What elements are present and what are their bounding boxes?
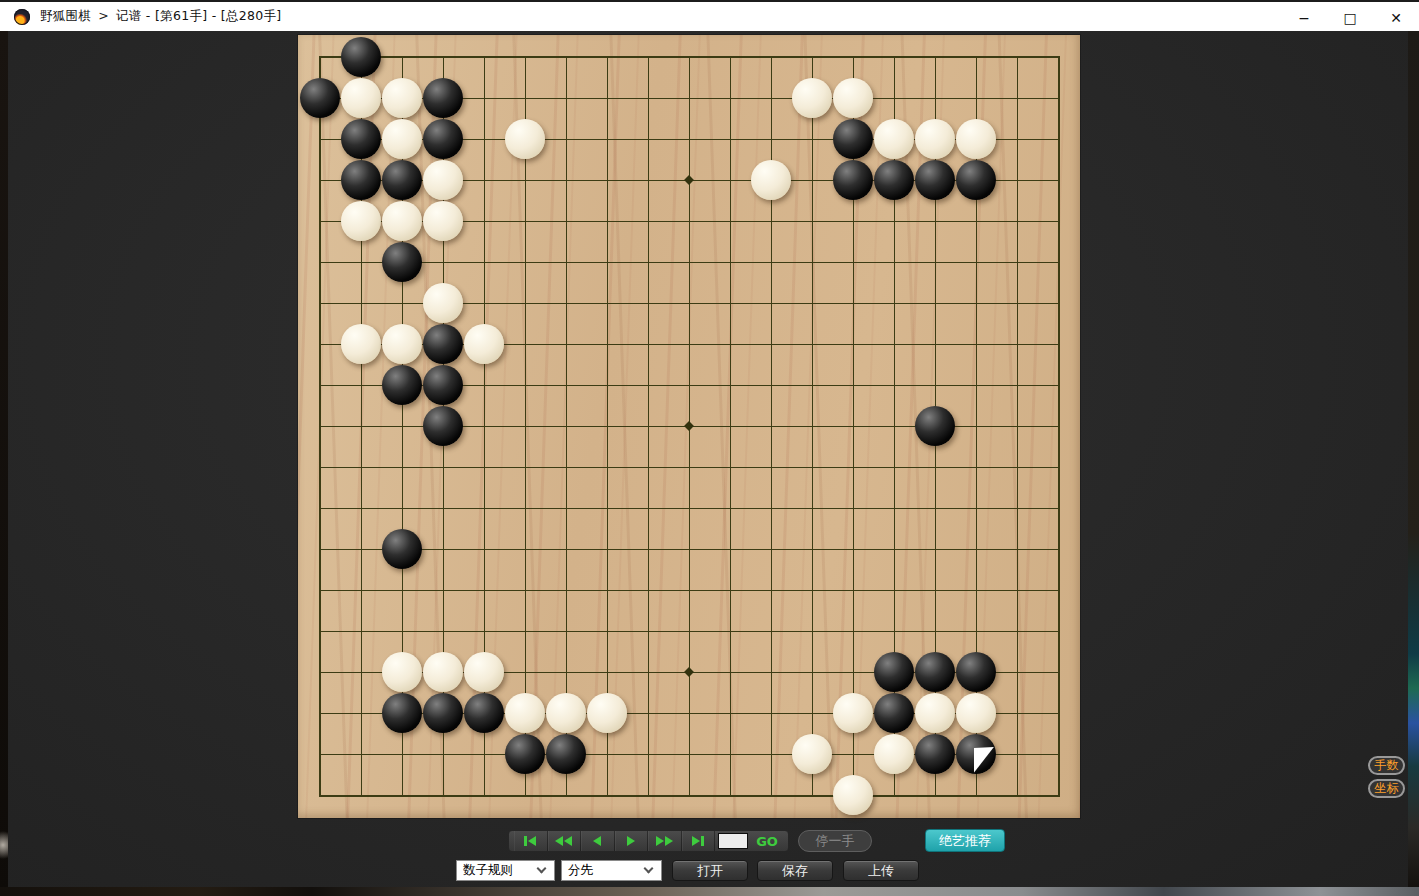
upload-button[interactable]: 上传 [843, 860, 919, 881]
desktop-background-right [1408, 31, 1419, 896]
desktop-background-left [0, 31, 8, 896]
handicap-select[interactable]: 分先 [561, 860, 662, 881]
white-stone [546, 693, 586, 733]
black-stone [546, 734, 586, 774]
black-stone [382, 242, 422, 282]
white-stone [792, 78, 832, 118]
black-stone [382, 693, 422, 733]
black-stone [833, 160, 873, 200]
fast-forward-icon [656, 836, 673, 846]
next-move-button[interactable] [615, 831, 649, 851]
white-stone [382, 652, 422, 692]
playback-buttons [514, 831, 715, 851]
save-button[interactable]: 保存 [757, 860, 833, 881]
white-stone [874, 119, 914, 159]
window-title: 野狐围棋>记谱 - [第61手] - [总280手] [40, 8, 281, 25]
app-name: 野狐围棋 [40, 8, 91, 23]
white-stone [341, 78, 381, 118]
black-stone [341, 119, 381, 159]
playback-toolbar: GO [508, 830, 789, 852]
chevron-down-icon [644, 864, 654, 874]
black-stone [341, 160, 381, 200]
move-number-input[interactable] [718, 833, 748, 849]
white-stone [956, 693, 996, 733]
black-stone [505, 734, 545, 774]
close-button[interactable]: ✕ [1373, 2, 1419, 33]
black-stone [874, 652, 914, 692]
black-stone [464, 693, 504, 733]
last-move-button[interactable] [682, 831, 716, 851]
rule-select[interactable]: 数子规则 [456, 860, 555, 881]
previous-move-button[interactable] [581, 831, 615, 851]
black-stone [915, 734, 955, 774]
black-stone [915, 406, 955, 446]
step-forward-icon [627, 836, 635, 846]
fox-go-logo-icon [14, 9, 30, 25]
white-stone [587, 693, 627, 733]
fast-forward-button[interactable] [648, 831, 682, 851]
black-stone [874, 693, 914, 733]
first-move-button[interactable] [514, 831, 548, 851]
white-stone [423, 160, 463, 200]
black-stone [423, 324, 463, 364]
white-stone [382, 78, 422, 118]
white-stone [833, 775, 873, 815]
black-stone [300, 78, 340, 118]
white-stone [423, 283, 463, 323]
black-stone [956, 734, 996, 774]
white-stone [751, 160, 791, 200]
black-stone [341, 37, 381, 77]
white-stone [423, 201, 463, 241]
white-stone [505, 119, 545, 159]
white-stone [956, 119, 996, 159]
stones-layer [299, 36, 1078, 815]
white-stone [915, 693, 955, 733]
black-stone [915, 652, 955, 692]
black-stone [915, 160, 955, 200]
pass-button[interactable]: 停一手 [798, 830, 872, 852]
document-title: 记谱 - [第61手] - [总280手] [116, 8, 282, 23]
black-stone [382, 529, 422, 569]
go-button[interactable]: GO [751, 834, 783, 849]
white-stone [341, 324, 381, 364]
black-stone [423, 78, 463, 118]
white-stone [792, 734, 832, 774]
white-stone [464, 324, 504, 364]
white-stone [382, 119, 422, 159]
black-stone [956, 652, 996, 692]
white-stone [833, 78, 873, 118]
black-stone [382, 160, 422, 200]
last-move-marker [974, 747, 994, 773]
black-stone [956, 160, 996, 200]
step-back-icon [593, 836, 601, 846]
handicap-select-value: 分先 [562, 862, 645, 879]
black-stone [382, 365, 422, 405]
fast-rewind-icon [555, 836, 572, 846]
white-stone [874, 734, 914, 774]
black-stone [423, 365, 463, 405]
skip-to-first-icon [524, 836, 536, 846]
black-stone [423, 406, 463, 446]
fast-rewind-button[interactable] [548, 831, 582, 851]
maximize-button[interactable]: □ [1327, 2, 1373, 33]
white-stone [833, 693, 873, 733]
desktop-background-bottom [0, 887, 1419, 896]
main-panel: GO 停一手 绝艺推荐 数子规则 分先 打开 保存 上传 手数 坐标 [8, 31, 1408, 887]
white-stone [382, 324, 422, 364]
title-bar: 野狐围棋>记谱 - [第61手] - [总280手] − □ ✕ [0, 0, 1419, 31]
white-stone [382, 201, 422, 241]
black-stone [423, 119, 463, 159]
go-board[interactable] [298, 35, 1080, 818]
black-stone [874, 160, 914, 200]
white-stone [915, 119, 955, 159]
black-stone [423, 693, 463, 733]
black-stone [833, 119, 873, 159]
skip-to-last-icon [692, 836, 704, 846]
ai-recommend-button[interactable]: 绝艺推荐 [925, 829, 1005, 852]
open-button[interactable]: 打开 [672, 860, 748, 881]
window-controls: − □ ✕ [1281, 2, 1419, 33]
rule-select-value: 数子规则 [457, 862, 538, 879]
white-stone [423, 652, 463, 692]
chevron-down-icon [537, 864, 547, 874]
move-numbers-toggle[interactable]: 手数 [1368, 756, 1405, 775]
coordinates-toggle[interactable]: 坐标 [1368, 779, 1405, 798]
white-stone [464, 652, 504, 692]
white-stone [341, 201, 381, 241]
white-stone [505, 693, 545, 733]
minimize-button[interactable]: − [1281, 2, 1327, 33]
breadcrumb-separator: > [98, 8, 109, 23]
